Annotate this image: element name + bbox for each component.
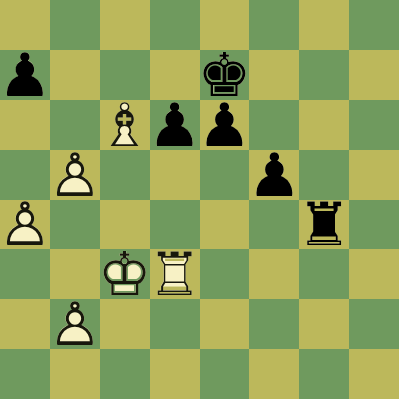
- square-b8[interactable]: [50, 0, 100, 50]
- square-b4[interactable]: [50, 200, 100, 250]
- square-f4[interactable]: [249, 200, 299, 250]
- white-bishop-fill-glyph: ♝: [100, 100, 150, 150]
- square-g4[interactable]: ♖♜: [299, 200, 349, 250]
- square-e6[interactable]: ♙♟: [200, 100, 250, 150]
- square-h7[interactable]: [349, 50, 399, 100]
- black-rook[interactable]: ♖♜: [299, 200, 349, 250]
- square-a2[interactable]: [0, 299, 50, 349]
- square-g1[interactable]: [299, 349, 349, 399]
- black-pawn-glyph: ♟: [150, 100, 200, 150]
- black-king-glyph: ♚: [200, 50, 250, 100]
- square-g7[interactable]: [299, 50, 349, 100]
- square-e8[interactable]: [200, 0, 250, 50]
- square-b3[interactable]: [50, 249, 100, 299]
- black-king[interactable]: ♔♚: [200, 50, 250, 100]
- square-e7[interactable]: ♔♚: [200, 50, 250, 100]
- square-a4[interactable]: ♟♙: [0, 200, 50, 250]
- square-d5[interactable]: [150, 150, 200, 200]
- white-rook-fill-glyph: ♜: [150, 249, 200, 299]
- square-f5[interactable]: ♙♟: [249, 150, 299, 200]
- white-pawn[interactable]: ♟♙: [50, 299, 100, 349]
- black-pawn[interactable]: ♙♟: [150, 100, 200, 150]
- square-a8[interactable]: [0, 0, 50, 50]
- square-h1[interactable]: [349, 349, 399, 399]
- square-e5[interactable]: [200, 150, 250, 200]
- white-king[interactable]: ♚♔: [100, 249, 150, 299]
- square-f7[interactable]: [249, 50, 299, 100]
- square-a5[interactable]: [0, 150, 50, 200]
- square-h5[interactable]: [349, 150, 399, 200]
- square-c7[interactable]: [100, 50, 150, 100]
- square-d3[interactable]: ♜♖: [150, 249, 200, 299]
- square-d2[interactable]: [150, 299, 200, 349]
- square-c1[interactable]: [100, 349, 150, 399]
- white-pawn-glyph: ♙: [50, 150, 100, 200]
- square-f3[interactable]: [249, 249, 299, 299]
- square-e1[interactable]: [200, 349, 250, 399]
- white-king-fill-glyph: ♚: [100, 249, 150, 299]
- square-g3[interactable]: [299, 249, 349, 299]
- square-d4[interactable]: [150, 200, 200, 250]
- square-h2[interactable]: [349, 299, 399, 349]
- white-pawn-glyph: ♙: [0, 200, 50, 250]
- chess-board: ♙♟♔♚♝♗♙♟♙♟♟♙♙♟♟♙♖♜♚♔♜♖♟♙: [0, 0, 399, 399]
- black-pawn[interactable]: ♙♟: [0, 50, 50, 100]
- black-pawn-fill-glyph: ♙: [0, 50, 50, 100]
- square-e2[interactable]: [200, 299, 250, 349]
- black-rook-fill-glyph: ♖: [299, 200, 349, 250]
- black-pawn-fill-glyph: ♙: [200, 100, 250, 150]
- square-f1[interactable]: [249, 349, 299, 399]
- square-d8[interactable]: [150, 0, 200, 50]
- white-pawn-fill-glyph: ♟: [50, 150, 100, 200]
- square-a6[interactable]: [0, 100, 50, 150]
- square-d6[interactable]: ♙♟: [150, 100, 200, 150]
- black-pawn[interactable]: ♙♟: [249, 150, 299, 200]
- white-pawn-glyph: ♙: [50, 299, 100, 349]
- white-pawn[interactable]: ♟♙: [0, 200, 50, 250]
- square-e4[interactable]: [200, 200, 250, 250]
- black-pawn-glyph: ♟: [200, 100, 250, 150]
- black-pawn-fill-glyph: ♙: [249, 150, 299, 200]
- square-g8[interactable]: [299, 0, 349, 50]
- black-king-fill-glyph: ♔: [200, 50, 250, 100]
- square-d1[interactable]: [150, 349, 200, 399]
- white-rook[interactable]: ♜♖: [150, 249, 200, 299]
- chess-board-window: ♙♟♔♚♝♗♙♟♙♟♟♙♙♟♟♙♖♜♚♔♜♖♟♙: [0, 0, 399, 399]
- white-pawn[interactable]: ♟♙: [50, 150, 100, 200]
- square-h6[interactable]: [349, 100, 399, 150]
- square-a1[interactable]: [0, 349, 50, 399]
- square-c3[interactable]: ♚♔: [100, 249, 150, 299]
- square-a7[interactable]: ♙♟: [0, 50, 50, 100]
- square-h3[interactable]: [349, 249, 399, 299]
- square-c5[interactable]: [100, 150, 150, 200]
- white-king-glyph: ♔: [100, 249, 150, 299]
- square-g6[interactable]: [299, 100, 349, 150]
- black-pawn[interactable]: ♙♟: [200, 100, 250, 150]
- square-b5[interactable]: ♟♙: [50, 150, 100, 200]
- white-pawn-fill-glyph: ♟: [50, 299, 100, 349]
- square-c2[interactable]: [100, 299, 150, 349]
- white-pawn-fill-glyph: ♟: [0, 200, 50, 250]
- square-f6[interactable]: [249, 100, 299, 150]
- white-bishop[interactable]: ♝♗: [100, 100, 150, 150]
- square-e3[interactable]: [200, 249, 250, 299]
- square-f8[interactable]: [249, 0, 299, 50]
- black-pawn-glyph: ♟: [249, 150, 299, 200]
- square-b7[interactable]: [50, 50, 100, 100]
- white-bishop-glyph: ♗: [100, 100, 150, 150]
- white-rook-glyph: ♖: [150, 249, 200, 299]
- square-h8[interactable]: [349, 0, 399, 50]
- square-f2[interactable]: [249, 299, 299, 349]
- black-pawn-glyph: ♟: [0, 50, 50, 100]
- black-rook-glyph: ♜: [299, 200, 349, 250]
- square-h4[interactable]: [349, 200, 399, 250]
- square-c8[interactable]: [100, 0, 150, 50]
- square-b2[interactable]: ♟♙: [50, 299, 100, 349]
- square-b1[interactable]: [50, 349, 100, 399]
- square-c6[interactable]: ♝♗: [100, 100, 150, 150]
- black-pawn-fill-glyph: ♙: [150, 100, 200, 150]
- square-g2[interactable]: [299, 299, 349, 349]
- square-a3[interactable]: [0, 249, 50, 299]
- square-g5[interactable]: [299, 150, 349, 200]
- square-b6[interactable]: [50, 100, 100, 150]
- square-d7[interactable]: [150, 50, 200, 100]
- square-c4[interactable]: [100, 200, 150, 250]
